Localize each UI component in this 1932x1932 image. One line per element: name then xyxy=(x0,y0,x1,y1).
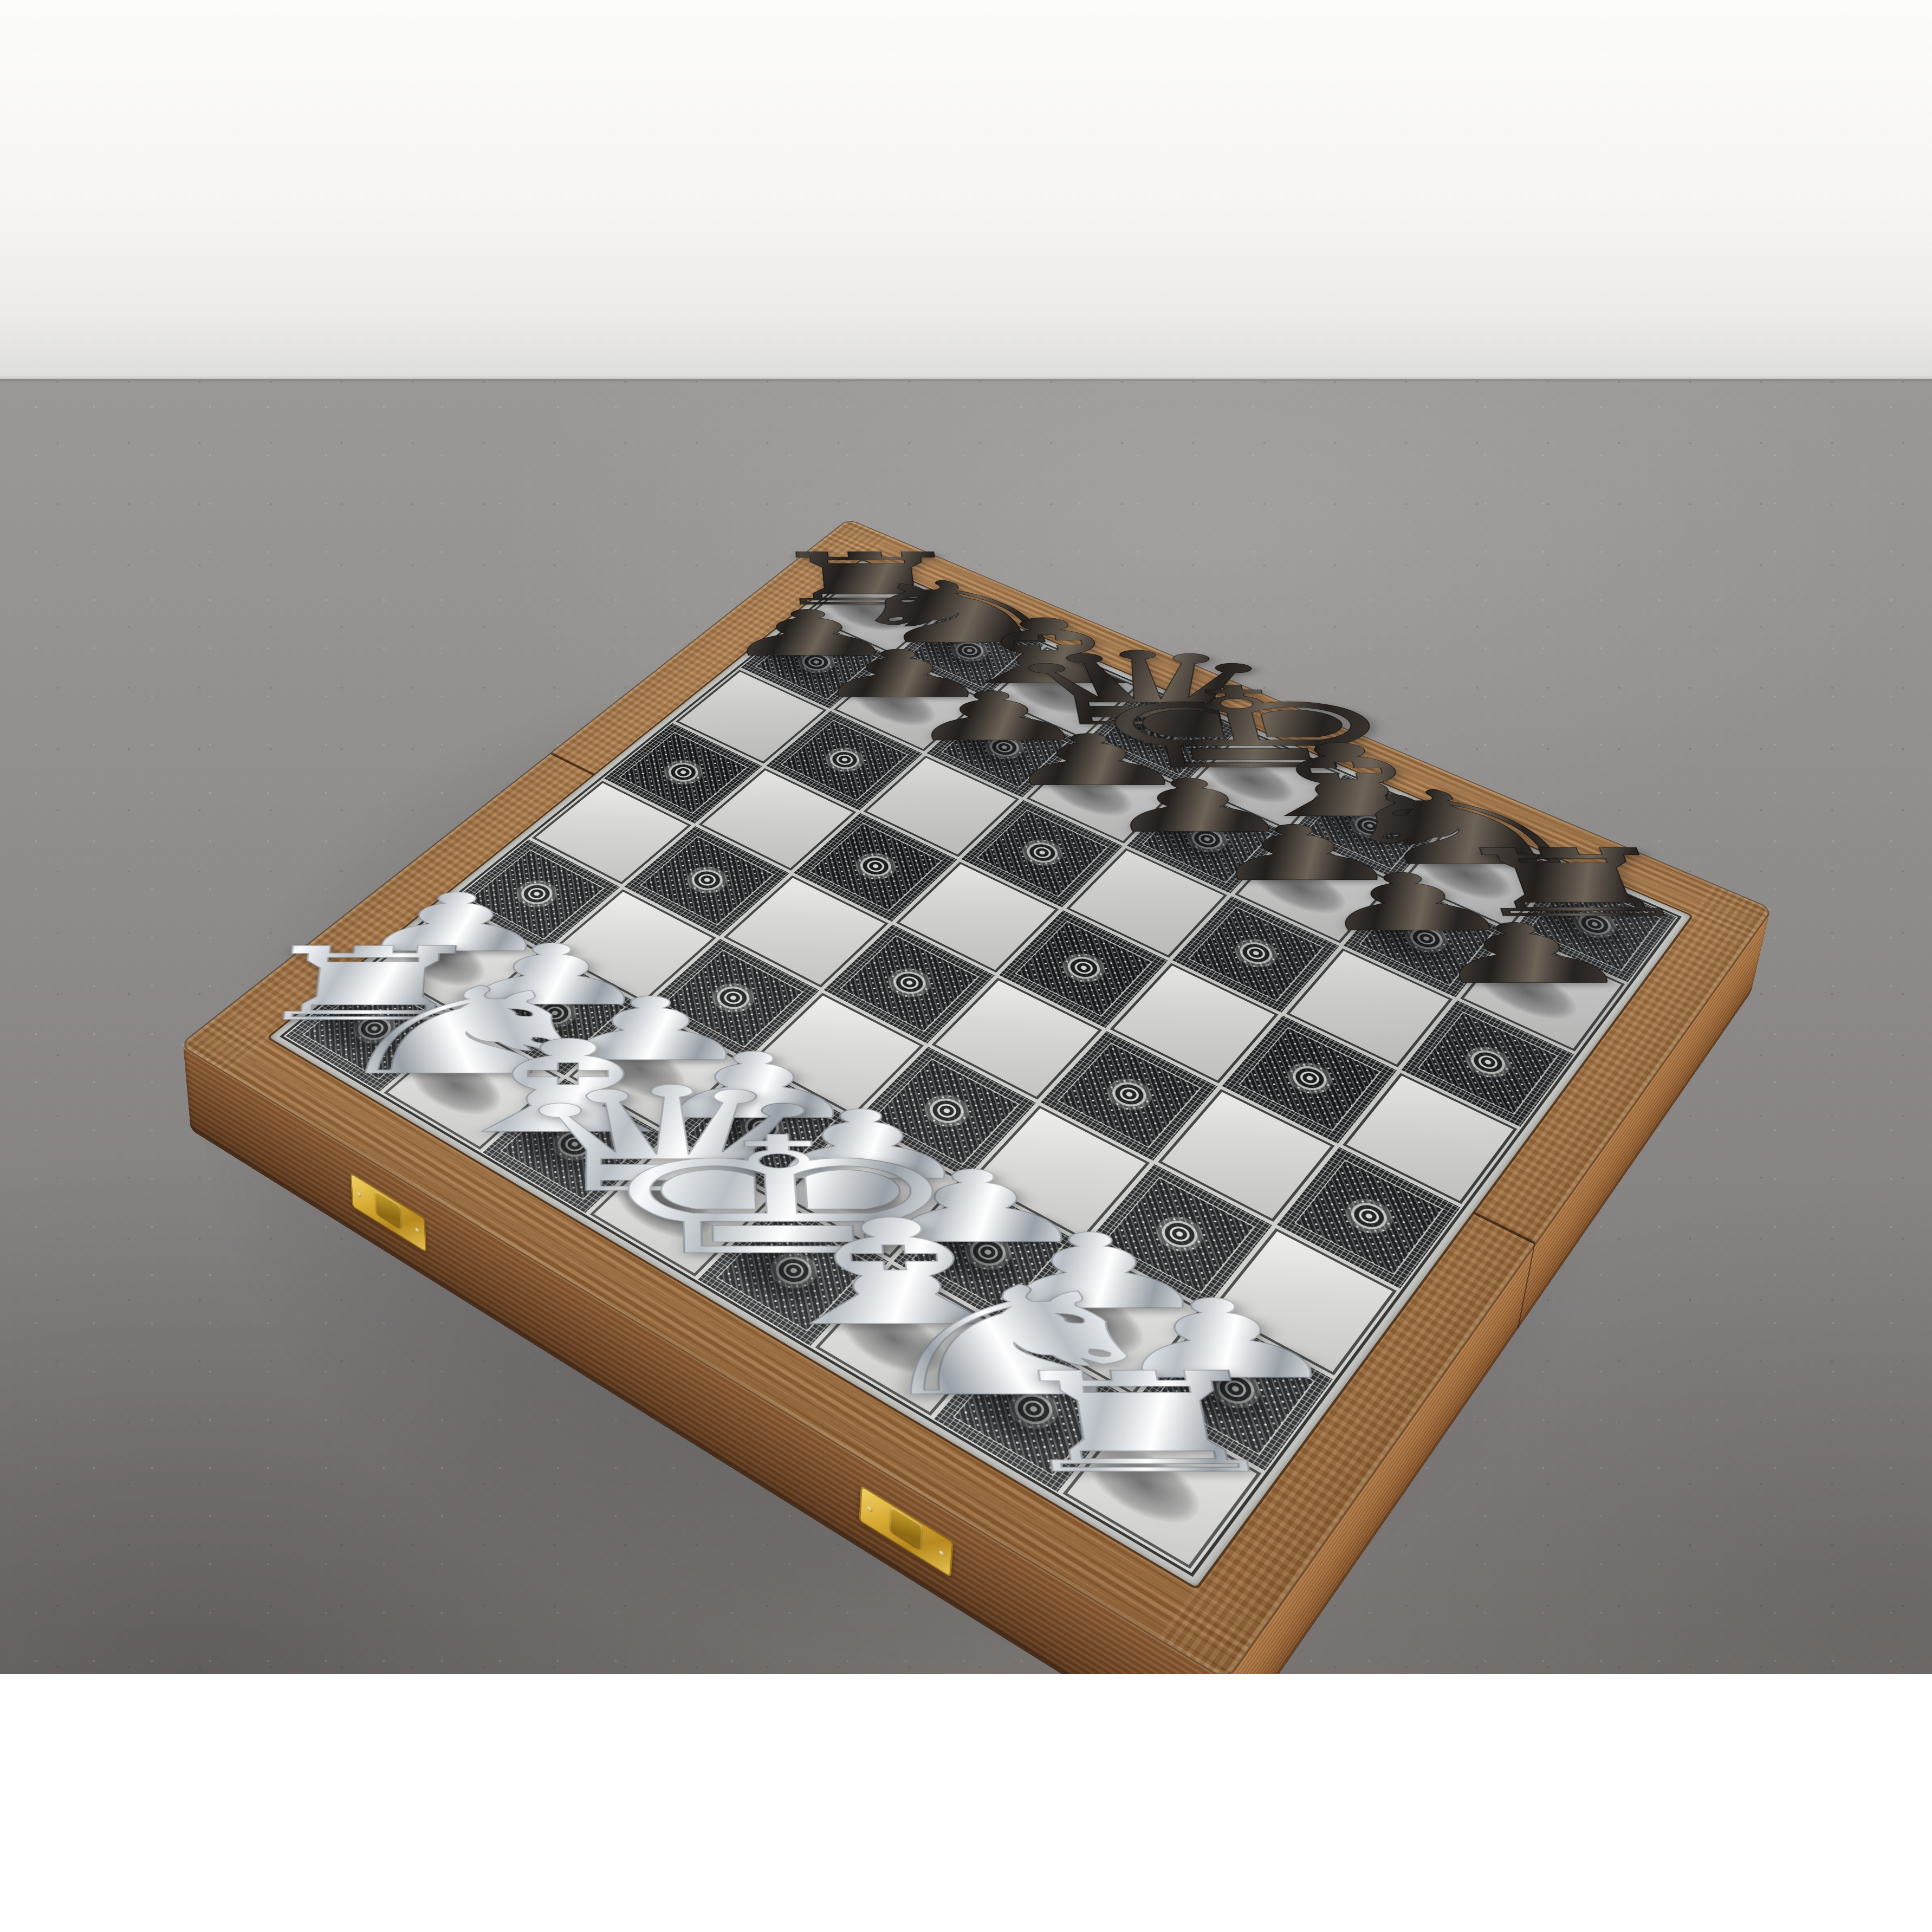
piece-white-n-g1[interactable]: ♞ xyxy=(931,1328,1134,1494)
piece-white-p-h2[interactable]: ♟ xyxy=(1135,1309,1335,1473)
square-f5[interactable] xyxy=(1106,961,1282,1086)
wood-trim-right xyxy=(1158,885,1771,1674)
square-h3[interactable] xyxy=(1207,1225,1401,1379)
fold-seam-right xyxy=(1471,1210,1536,1244)
piece-black-p-h7[interactable]: ♟ xyxy=(1456,931,1629,1054)
piece-white-b-f1[interactable]: ♝ xyxy=(811,1261,1010,1419)
square-h6[interactable] xyxy=(1399,999,1576,1129)
piece-white-r-h1[interactable]: ♜ xyxy=(1058,1399,1266,1573)
white-r-glyph: ♜ xyxy=(980,1354,1312,1493)
square-g5[interactable] xyxy=(1220,1014,1399,1145)
product-photo: ♜♞♝♛♚♝♞♜♟♟♟♟♟♟♟♟♟♟♟♟♟♟♟♟♜♞♝♛♚♝♞♜ xyxy=(0,0,1932,1674)
square-g4[interactable] xyxy=(1154,1086,1339,1225)
square-h5[interactable] xyxy=(1339,1070,1521,1207)
square-f3[interactable] xyxy=(967,1103,1153,1243)
piece-white-p-g2[interactable]: ♟ xyxy=(1010,1243,1207,1399)
piece-white-k-e1[interactable]: ♚ xyxy=(696,1197,891,1348)
scene: ♜♞♝♛♚♝♞♜♟♟♟♟♟♟♟♟♟♟♟♟♟♟♟♟♜♞♝♛♚♝♞♜ xyxy=(0,0,1932,1674)
square-e4[interactable] xyxy=(928,975,1106,1103)
square-g3[interactable] xyxy=(1084,1163,1275,1309)
square-g1[interactable] xyxy=(931,1328,1134,1494)
white-p-glyph: ♟ xyxy=(1086,1285,1358,1394)
black-p-glyph: ♟ xyxy=(1404,913,1650,995)
fold-seam-left xyxy=(550,753,597,776)
white-p-glyph: ♟ xyxy=(968,1220,1229,1324)
square-e1[interactable] xyxy=(696,1197,891,1348)
latch-clasp-icon xyxy=(890,1507,922,1550)
white-n-glyph: ♞ xyxy=(838,1268,1202,1418)
white-letterbox-strip xyxy=(0,1674,1932,1932)
latch-clasp-icon xyxy=(375,1190,401,1229)
square-h2[interactable] xyxy=(1135,1309,1335,1473)
square-h1[interactable] xyxy=(1058,1399,1266,1573)
white-p-glyph: ♟ xyxy=(854,1158,1105,1257)
square-f1[interactable] xyxy=(811,1261,1010,1419)
white-b-glyph: ♝ xyxy=(722,1201,1078,1347)
folding-chess-box: ♜♞♝♛♚♝♞♜♟♟♟♟♟♟♟♟♟♟♟♟♟♟♟♟♜♞♝♛♚♝♞♜ xyxy=(181,520,1771,1674)
square-g2[interactable] xyxy=(1010,1243,1207,1399)
square-h4[interactable] xyxy=(1275,1145,1463,1291)
square-f4[interactable] xyxy=(1038,1029,1220,1162)
